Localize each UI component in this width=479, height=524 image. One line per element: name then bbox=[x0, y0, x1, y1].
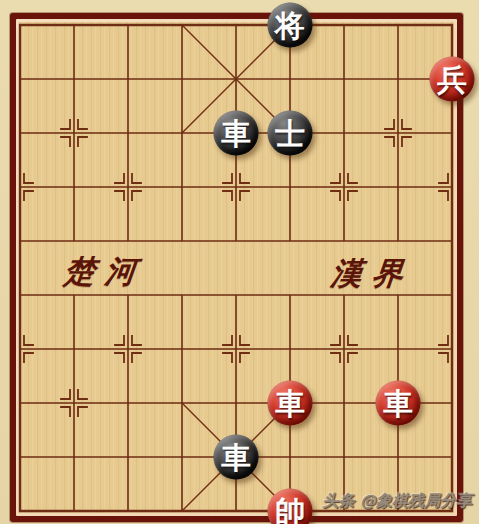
watermark: 头条 @象棋残局分享 bbox=[322, 491, 472, 512]
piece-glyph: 車 bbox=[221, 442, 251, 472]
river-label-left: 楚河 bbox=[62, 251, 148, 293]
piece-glyph: 帥 bbox=[275, 496, 305, 524]
xiangqi-app: 楚河 漢界 将兵車士車車車帥 头条 @象棋残局分享 bbox=[0, 0, 479, 524]
river-label-right: 漢界 bbox=[329, 253, 415, 295]
piece-glyph: 将 bbox=[275, 10, 305, 40]
piece-glyph: 車 bbox=[383, 388, 413, 418]
red-chariot-1[interactable]: 車 bbox=[268, 381, 313, 426]
black-general[interactable]: 将 bbox=[268, 3, 313, 48]
piece-glyph: 士 bbox=[275, 118, 305, 148]
red-chariot-2[interactable]: 車 bbox=[376, 381, 421, 426]
black-chariot-1[interactable]: 車 bbox=[214, 111, 259, 156]
piece-glyph: 車 bbox=[275, 388, 305, 418]
black-advisor[interactable]: 士 bbox=[268, 111, 313, 156]
piece-glyph: 兵 bbox=[437, 64, 467, 94]
black-chariot-2[interactable]: 車 bbox=[214, 435, 259, 480]
red-soldier[interactable]: 兵 bbox=[430, 57, 475, 102]
piece-glyph: 車 bbox=[221, 118, 251, 148]
